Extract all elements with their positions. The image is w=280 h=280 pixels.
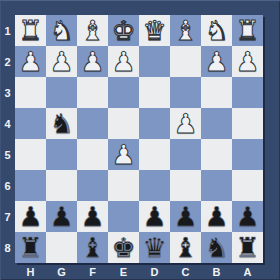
piece-black-pawn: ♟	[204, 201, 228, 232]
piece-black-pawn: ♟	[173, 201, 197, 232]
rank-label-5: 5	[0, 139, 15, 170]
square-g3[interactable]	[46, 77, 77, 108]
file-label-g: G	[46, 263, 77, 280]
square-c8[interactable]: ♝	[170, 232, 201, 263]
square-h4[interactable]	[15, 108, 46, 139]
square-g2[interactable]: ♟	[46, 46, 77, 77]
square-h1[interactable]: ♜	[15, 15, 46, 46]
piece-white-pawn: ♟	[111, 46, 135, 77]
piece-black-bishop: ♝	[80, 232, 104, 263]
square-h7[interactable]: ♟	[15, 201, 46, 232]
square-a6[interactable]	[232, 170, 263, 201]
file-label-b: B	[201, 263, 232, 280]
square-e8[interactable]: ♚	[108, 232, 139, 263]
piece-black-pawn: ♟	[142, 201, 166, 232]
square-d6[interactable]	[139, 170, 170, 201]
rank-label-4: 4	[0, 108, 15, 139]
square-e7[interactable]	[108, 201, 139, 232]
piece-white-pawn: ♟	[204, 46, 228, 77]
square-g8[interactable]	[46, 232, 77, 263]
square-f5[interactable]	[77, 139, 108, 170]
square-f7[interactable]: ♟	[77, 201, 108, 232]
square-g4[interactable]: ♞	[46, 108, 77, 139]
square-e1[interactable]: ♚	[108, 15, 139, 46]
square-c6[interactable]	[170, 170, 201, 201]
square-d4[interactable]	[139, 108, 170, 139]
rank-label-6: 6	[0, 170, 15, 201]
square-a1[interactable]: ♜	[232, 15, 263, 46]
square-g5[interactable]	[46, 139, 77, 170]
piece-black-bishop: ♝	[173, 232, 197, 263]
piece-white-bishop: ♝	[80, 15, 104, 46]
square-e2[interactable]: ♟	[108, 46, 139, 77]
square-a4[interactable]	[232, 108, 263, 139]
square-a2[interactable]: ♟	[232, 46, 263, 77]
piece-white-queen: ♛	[142, 15, 166, 46]
square-f8[interactable]: ♝	[77, 232, 108, 263]
square-e6[interactable]	[108, 170, 139, 201]
piece-white-king: ♚	[111, 15, 135, 46]
square-f4[interactable]	[77, 108, 108, 139]
square-b4[interactable]	[201, 108, 232, 139]
piece-black-rook: ♜	[18, 232, 42, 263]
piece-white-rook: ♜	[18, 15, 42, 46]
square-c4[interactable]: ♟	[170, 108, 201, 139]
square-a8[interactable]: ♜	[232, 232, 263, 263]
square-e4[interactable]	[108, 108, 139, 139]
file-label-e: E	[108, 263, 139, 280]
rank-label-8: 8	[0, 232, 15, 263]
square-a5[interactable]	[232, 139, 263, 170]
square-f2[interactable]: ♟	[77, 46, 108, 77]
piece-white-pawn: ♟	[49, 46, 73, 77]
square-f3[interactable]	[77, 77, 108, 108]
square-h5[interactable]	[15, 139, 46, 170]
file-label-c: C	[170, 263, 201, 280]
square-b8[interactable]: ♞	[201, 232, 232, 263]
square-d5[interactable]	[139, 139, 170, 170]
file-label-h: H	[15, 263, 46, 280]
piece-white-pawn: ♟	[18, 46, 42, 77]
square-c2[interactable]	[170, 46, 201, 77]
piece-black-pawn: ♟	[18, 201, 42, 232]
rank-labels: 12345678	[0, 15, 15, 263]
square-d7[interactable]: ♟	[139, 201, 170, 232]
piece-black-king: ♚	[111, 232, 135, 263]
piece-white-pawn: ♟	[235, 46, 259, 77]
piece-black-knight: ♞	[49, 108, 73, 139]
square-c5[interactable]	[170, 139, 201, 170]
square-b6[interactable]	[201, 170, 232, 201]
square-h2[interactable]: ♟	[15, 46, 46, 77]
piece-white-knight: ♞	[49, 15, 73, 46]
square-f1[interactable]: ♝	[77, 15, 108, 46]
square-d2[interactable]	[139, 46, 170, 77]
square-b2[interactable]: ♟	[201, 46, 232, 77]
square-e3[interactable]	[108, 77, 139, 108]
piece-white-pawn: ♟	[80, 46, 104, 77]
piece-white-rook: ♜	[235, 15, 259, 46]
file-label-d: D	[139, 263, 170, 280]
square-b3[interactable]	[201, 77, 232, 108]
piece-black-pawn: ♟	[80, 201, 104, 232]
square-g6[interactable]	[46, 170, 77, 201]
square-b7[interactable]: ♟	[201, 201, 232, 232]
square-b5[interactable]	[201, 139, 232, 170]
piece-black-pawn: ♟	[49, 201, 73, 232]
piece-white-pawn: ♟	[173, 108, 197, 139]
rank-label-1: 1	[0, 15, 15, 46]
square-h8[interactable]: ♜	[15, 232, 46, 263]
file-label-a: A	[232, 263, 263, 280]
square-a3[interactable]	[232, 77, 263, 108]
rank-label-2: 2	[0, 46, 15, 77]
square-f6[interactable]	[77, 170, 108, 201]
piece-black-rook: ♜	[235, 232, 259, 263]
square-g1[interactable]: ♞	[46, 15, 77, 46]
piece-black-knight: ♞	[204, 232, 228, 263]
piece-black-queen: ♛	[142, 232, 166, 263]
square-d1[interactable]: ♛	[139, 15, 170, 46]
board-frame: 12345678 ♜♞♝♚♛♝♞♜♟♟♟♟♟♟♞♟♟♟♟♟♟♟♟♟♜♝♚♛♝♞♜…	[0, 0, 280, 280]
piece-black-pawn: ♟	[235, 201, 259, 232]
square-d8[interactable]: ♛	[139, 232, 170, 263]
piece-white-knight: ♞	[204, 15, 228, 46]
file-labels: HGFEDCBA	[15, 263, 263, 280]
square-c7[interactable]: ♟	[170, 201, 201, 232]
square-b1[interactable]: ♞	[201, 15, 232, 46]
rank-label-3: 3	[0, 77, 15, 108]
piece-white-bishop: ♝	[173, 15, 197, 46]
square-d3[interactable]	[139, 77, 170, 108]
square-h6[interactable]	[15, 170, 46, 201]
square-h3[interactable]	[15, 77, 46, 108]
square-a7[interactable]: ♟	[232, 201, 263, 232]
square-c3[interactable]	[170, 77, 201, 108]
square-e5[interactable]: ♟	[108, 139, 139, 170]
square-c1[interactable]: ♝	[170, 15, 201, 46]
rank-label-7: 7	[0, 201, 15, 232]
piece-white-pawn: ♟	[111, 139, 135, 170]
square-g7[interactable]: ♟	[46, 201, 77, 232]
file-label-f: F	[77, 263, 108, 280]
chess-board: ♜♞♝♚♛♝♞♜♟♟♟♟♟♟♞♟♟♟♟♟♟♟♟♟♜♝♚♛♝♞♜	[15, 15, 263, 263]
